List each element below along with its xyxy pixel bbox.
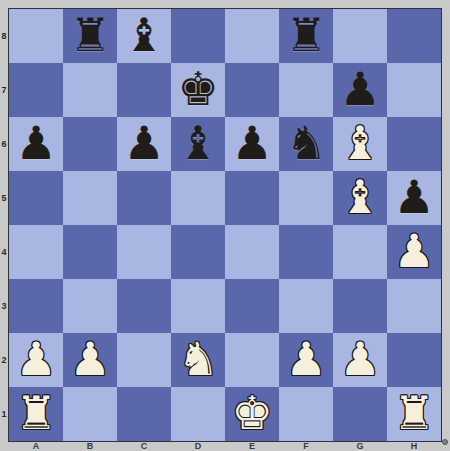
piece-white-king: ♚	[231, 390, 272, 436]
piece-black-rook: ♜	[69, 12, 110, 58]
rank-label-6: 6	[0, 117, 8, 171]
square-e1[interactable]: ♚	[225, 387, 279, 441]
chess-board: ♜♝♜♚♟♟♟♝♟♞♝♝♟♟♟♟♞♟♟♜♚♜	[8, 8, 442, 442]
square-f3[interactable]	[279, 279, 333, 333]
square-b8[interactable]: ♜	[63, 9, 117, 63]
square-g1[interactable]	[333, 387, 387, 441]
piece-black-pawn: ♟	[393, 174, 434, 220]
piece-white-rook: ♜	[15, 390, 56, 436]
square-e5[interactable]	[225, 171, 279, 225]
piece-white-pawn: ♟	[393, 228, 434, 274]
square-d7[interactable]: ♚	[171, 63, 225, 117]
file-label-a: A	[9, 441, 63, 451]
piece-white-pawn: ♟	[285, 336, 326, 382]
square-g8[interactable]	[333, 9, 387, 63]
square-a6[interactable]: ♟	[9, 117, 63, 171]
file-label-b: B	[63, 441, 117, 451]
rank-label-3: 3	[0, 279, 8, 333]
piece-white-knight: ♞	[177, 336, 218, 382]
square-h7[interactable]	[387, 63, 441, 117]
piece-white-rook: ♜	[393, 390, 434, 436]
piece-black-pawn: ♟	[15, 120, 56, 166]
square-e4[interactable]	[225, 225, 279, 279]
square-e6[interactable]: ♟	[225, 117, 279, 171]
square-b1[interactable]	[63, 387, 117, 441]
square-b7[interactable]	[63, 63, 117, 117]
square-b3[interactable]	[63, 279, 117, 333]
square-h2[interactable]	[387, 333, 441, 387]
piece-black-pawn: ♟	[123, 120, 164, 166]
piece-white-pawn: ♟	[69, 336, 110, 382]
rank-label-4: 4	[0, 225, 8, 279]
square-h1[interactable]: ♜	[387, 387, 441, 441]
square-a2[interactable]: ♟	[9, 333, 63, 387]
piece-white-bishop: ♝	[339, 120, 380, 166]
square-a8[interactable]	[9, 9, 63, 63]
square-f4[interactable]	[279, 225, 333, 279]
square-f6[interactable]: ♞	[279, 117, 333, 171]
square-d8[interactable]	[171, 9, 225, 63]
square-f2[interactable]: ♟	[279, 333, 333, 387]
file-label-d: D	[171, 441, 225, 451]
square-a4[interactable]	[9, 225, 63, 279]
square-f8[interactable]: ♜	[279, 9, 333, 63]
square-a3[interactable]	[9, 279, 63, 333]
piece-black-pawn: ♟	[231, 120, 272, 166]
square-c3[interactable]	[117, 279, 171, 333]
piece-white-pawn: ♟	[15, 336, 56, 382]
square-g2[interactable]: ♟	[333, 333, 387, 387]
square-g4[interactable]	[333, 225, 387, 279]
square-a7[interactable]	[9, 63, 63, 117]
square-d3[interactable]	[171, 279, 225, 333]
square-g3[interactable]	[333, 279, 387, 333]
piece-white-bishop: ♝	[339, 174, 380, 220]
square-b5[interactable]	[63, 171, 117, 225]
square-c2[interactable]	[117, 333, 171, 387]
file-label-f: F	[279, 441, 333, 451]
square-g5[interactable]: ♝	[333, 171, 387, 225]
file-label-e: E	[225, 441, 279, 451]
piece-white-pawn: ♟	[339, 336, 380, 382]
rank-label-1: 1	[0, 387, 8, 441]
square-h4[interactable]: ♟	[387, 225, 441, 279]
square-e7[interactable]	[225, 63, 279, 117]
square-c1[interactable]	[117, 387, 171, 441]
square-h3[interactable]	[387, 279, 441, 333]
square-a5[interactable]	[9, 171, 63, 225]
move-indicator-dot	[442, 439, 448, 445]
piece-black-bishop: ♝	[177, 120, 218, 166]
square-g6[interactable]: ♝	[333, 117, 387, 171]
rank-label-7: 7	[0, 63, 8, 117]
piece-black-knight: ♞	[285, 120, 326, 166]
rank-label-8: 8	[0, 9, 8, 63]
square-d2[interactable]: ♞	[171, 333, 225, 387]
square-h8[interactable]	[387, 9, 441, 63]
square-b6[interactable]	[63, 117, 117, 171]
square-b4[interactable]	[63, 225, 117, 279]
file-label-h: H	[387, 441, 441, 451]
square-c5[interactable]	[117, 171, 171, 225]
square-g7[interactable]: ♟	[333, 63, 387, 117]
square-e3[interactable]	[225, 279, 279, 333]
square-e2[interactable]	[225, 333, 279, 387]
piece-black-pawn: ♟	[339, 66, 380, 112]
square-h5[interactable]: ♟	[387, 171, 441, 225]
square-d6[interactable]: ♝	[171, 117, 225, 171]
square-f5[interactable]	[279, 171, 333, 225]
square-b2[interactable]: ♟	[63, 333, 117, 387]
square-a1[interactable]: ♜	[9, 387, 63, 441]
file-label-c: C	[117, 441, 171, 451]
piece-black-rook: ♜	[285, 12, 326, 58]
square-d4[interactable]	[171, 225, 225, 279]
chess-diagram: ♜♝♜♚♟♟♟♝♟♞♝♝♟♟♟♟♞♟♟♜♚♜ 87654321 ABCDEFGH	[0, 0, 450, 451]
file-label-g: G	[333, 441, 387, 451]
piece-black-bishop: ♝	[123, 12, 164, 58]
square-f7[interactable]	[279, 63, 333, 117]
square-c7[interactable]	[117, 63, 171, 117]
square-c6[interactable]: ♟	[117, 117, 171, 171]
square-e8[interactable]	[225, 9, 279, 63]
square-f1[interactable]	[279, 387, 333, 441]
square-d1[interactable]	[171, 387, 225, 441]
rank-label-2: 2	[0, 333, 8, 387]
square-h6[interactable]	[387, 117, 441, 171]
square-d5[interactable]	[171, 171, 225, 225]
piece-black-king: ♚	[177, 66, 218, 112]
rank-label-5: 5	[0, 171, 8, 225]
square-c8[interactable]: ♝	[117, 9, 171, 63]
square-c4[interactable]	[117, 225, 171, 279]
